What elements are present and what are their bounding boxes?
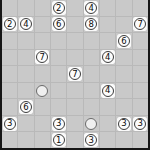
cell-r3c4[interactable]	[67, 50, 82, 66]
cell-r7c7: 3	[116, 116, 131, 132]
clue-number: 4	[89, 3, 94, 12]
cell-r0c3: 2	[51, 0, 66, 16]
cell-r0c2[interactable]	[35, 0, 50, 16]
clue-circle: 4	[102, 51, 114, 63]
clue-circle: 4	[102, 85, 114, 97]
white-mark-circle[interactable]	[36, 85, 48, 97]
clue-number: 8	[89, 20, 94, 29]
cell-r7c4[interactable]	[67, 116, 82, 132]
clue-square: 4	[19, 17, 33, 31]
cell-r8c1[interactable]	[18, 132, 33, 148]
cell-r5c2[interactable]	[35, 83, 50, 99]
clue-circle: 3	[134, 118, 146, 130]
cell-r4c4: 7	[67, 66, 82, 82]
clue-number: 4	[105, 53, 110, 62]
clue-circle: 7	[69, 68, 81, 80]
clue-circle: 6	[53, 18, 65, 30]
cell-r1c3: 6	[51, 17, 66, 33]
cell-r3c0[interactable]	[2, 50, 17, 66]
cell-r1c8: 7	[133, 17, 148, 33]
cell-r2c7: 6	[116, 33, 131, 49]
white-mark-circle[interactable]	[85, 118, 97, 130]
clue-number: 3	[121, 119, 126, 128]
cell-r6c0[interactable]	[2, 99, 17, 115]
cell-r6c2[interactable]	[35, 99, 50, 115]
cell-r4c5[interactable]	[84, 66, 99, 82]
clue-square: 3	[52, 117, 66, 131]
clue-circle: 6	[20, 101, 32, 113]
clue-square: 2	[52, 1, 66, 15]
cell-r7c2[interactable]	[35, 116, 50, 132]
cell-r3c3[interactable]	[51, 50, 66, 66]
cell-r2c3[interactable]	[51, 33, 66, 49]
clue-square: 6	[19, 100, 33, 114]
cell-r6c3[interactable]	[51, 99, 66, 115]
cell-r8c8[interactable]	[133, 132, 148, 148]
clue-circle: 6	[118, 35, 130, 47]
cell-r8c2[interactable]	[35, 132, 50, 148]
clue-number: 7	[40, 53, 45, 62]
cell-r4c7[interactable]	[116, 66, 131, 82]
cell-r4c0[interactable]	[2, 66, 17, 82]
cell-r8c6[interactable]	[100, 132, 115, 148]
clue-number: 7	[138, 20, 143, 29]
cell-r6c1: 6	[18, 99, 33, 115]
cell-r8c5: 3	[84, 132, 99, 148]
cell-r4c1[interactable]	[18, 66, 33, 82]
cell-r6c6[interactable]	[100, 99, 115, 115]
cell-r2c2[interactable]	[35, 33, 50, 49]
cell-r3c7[interactable]	[116, 50, 131, 66]
cell-r4c2[interactable]	[35, 66, 50, 82]
cell-r5c7[interactable]	[116, 83, 131, 99]
cell-r5c4[interactable]	[67, 83, 82, 99]
clue-circle: 2	[4, 18, 16, 30]
cell-r5c6: 4	[100, 83, 115, 99]
cell-r3c8[interactable]	[133, 50, 148, 66]
cell-r8c4[interactable]	[67, 132, 82, 148]
cell-r1c7[interactable]	[116, 17, 131, 33]
clue-number: 3	[138, 119, 143, 128]
cell-r6c4[interactable]	[67, 99, 82, 115]
cell-r1c1: 4	[18, 17, 33, 33]
cell-r0c4[interactable]	[67, 0, 82, 16]
clue-square: 6	[52, 17, 66, 31]
cell-r6c7[interactable]	[116, 99, 131, 115]
clue-circle: 3	[85, 134, 97, 146]
cell-r7c8: 3	[133, 116, 148, 132]
clue-number: 6	[121, 36, 126, 45]
cell-r6c5[interactable]	[84, 99, 99, 115]
cell-r4c3[interactable]	[51, 66, 66, 82]
cell-r8c3: 1	[51, 132, 66, 148]
clue-circle: 4	[85, 2, 97, 14]
cell-r0c1[interactable]	[18, 0, 33, 16]
cell-r4c6[interactable]	[100, 66, 115, 82]
cell-r8c7[interactable]	[116, 132, 131, 148]
clue-square: 7	[68, 67, 82, 81]
cell-r2c5[interactable]	[84, 33, 99, 49]
clue-number: 3	[89, 135, 94, 144]
clue-number: 6	[56, 20, 61, 29]
cell-r1c4[interactable]	[67, 17, 82, 33]
cell-r5c8[interactable]	[133, 83, 148, 99]
cell-r3c6: 4	[100, 50, 115, 66]
clue-square: 2	[3, 17, 17, 31]
cell-r2c8[interactable]	[133, 33, 148, 49]
cell-r1c6[interactable]	[100, 17, 115, 33]
cell-r2c6[interactable]	[100, 33, 115, 49]
clue-square: 7	[133, 17, 147, 31]
clue-number: 4	[105, 86, 110, 95]
cell-r8c0[interactable]	[2, 132, 17, 148]
clue-circle: 8	[85, 18, 97, 30]
cell-r7c1[interactable]	[18, 116, 33, 132]
clue-number: 3	[56, 119, 61, 128]
clue-square: 4	[84, 1, 98, 15]
clue-circle: 7	[134, 18, 146, 30]
clue-number: 4	[23, 20, 28, 29]
clue-square: 3	[3, 117, 17, 131]
clue-square: 4	[101, 50, 115, 64]
cell-r0c7[interactable]	[116, 0, 131, 16]
cell-r0c6[interactable]	[100, 0, 115, 16]
cell-r0c8[interactable]	[133, 0, 148, 16]
cell-r3c2: 7	[35, 50, 50, 66]
cell-r2c1[interactable]	[18, 33, 33, 49]
clue-square: 1	[52, 133, 66, 147]
cell-r1c2[interactable]	[35, 17, 50, 33]
clue-square: 7	[35, 50, 49, 64]
clue-circle: 3	[53, 118, 65, 130]
clue-square: 8	[84, 17, 98, 31]
cell-r7c0: 3	[2, 116, 17, 132]
clue-number: 3	[7, 119, 12, 128]
cell-r2c0[interactable]	[2, 33, 17, 49]
clue-square: 3	[84, 133, 98, 147]
clue-number: 1	[56, 135, 61, 144]
puzzle-board: 2424687674746333313	[0, 0, 150, 150]
cell-r1c0: 2	[2, 17, 17, 33]
clue-number: 2	[56, 3, 61, 12]
cell-r0c5: 4	[84, 0, 99, 16]
clue-number: 7	[72, 69, 77, 78]
cell-r3c1[interactable]	[18, 50, 33, 66]
clue-circle: 7	[36, 51, 48, 63]
cell-r5c5[interactable]	[84, 83, 99, 99]
clue-square: 4	[101, 84, 115, 98]
cell-r5c1[interactable]	[18, 83, 33, 99]
clue-circle: 3	[4, 118, 16, 130]
clue-number: 2	[7, 20, 12, 29]
clue-circle: 4	[20, 18, 32, 30]
clue-square: 6	[117, 34, 131, 48]
cell-r7c6[interactable]	[100, 116, 115, 132]
cell-r6c8[interactable]	[133, 99, 148, 115]
clue-number: 6	[23, 102, 28, 111]
cell-r5c3[interactable]	[51, 83, 66, 99]
cell-r1c5: 8	[84, 17, 99, 33]
clue-circle: 1	[53, 134, 65, 146]
clue-circle: 3	[118, 118, 130, 130]
cell-r0c0[interactable]	[2, 0, 17, 16]
cell-r5c0[interactable]	[2, 83, 17, 99]
cell-r7c5[interactable]	[84, 116, 99, 132]
cell-r7c3: 3	[51, 116, 66, 132]
cell-r3c5[interactable]	[84, 50, 99, 66]
cell-r4c8[interactable]	[133, 66, 148, 82]
clue-square: 3	[133, 117, 147, 131]
clue-square: 3	[117, 117, 131, 131]
clue-circle: 2	[53, 2, 65, 14]
cell-r2c4[interactable]	[67, 33, 82, 49]
